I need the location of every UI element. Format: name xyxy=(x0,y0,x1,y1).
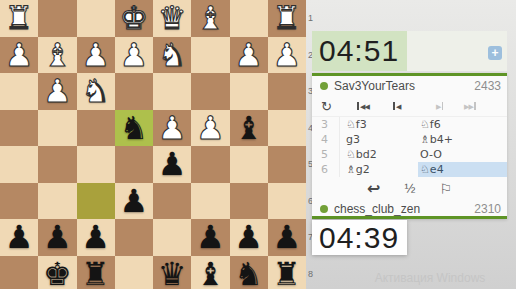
square-b1[interactable] xyxy=(230,0,268,37)
move-black[interactable]: ♗b4+ xyxy=(418,132,507,147)
black-pawn: ♟ xyxy=(158,148,187,180)
move-row: 6 ♗g2 ♘e4 xyxy=(312,162,507,177)
square-b6[interactable] xyxy=(230,183,268,220)
square-b3[interactable] xyxy=(230,73,268,110)
top-clock: 04:51 xyxy=(312,31,407,71)
white-knight: ♞ xyxy=(81,75,110,107)
square-f5[interactable] xyxy=(77,146,115,183)
square-d3[interactable] xyxy=(153,73,191,110)
replay-controls: ↻ ◀◀ ◀ ▶ ▶▶ xyxy=(312,96,507,117)
move-number: 4 xyxy=(312,132,340,147)
square-b2[interactable]: ♟ xyxy=(230,37,268,74)
square-g2[interactable]: ♝ xyxy=(38,37,76,74)
black-rook: ♜ xyxy=(273,258,302,289)
square-d2[interactable]: ♞ xyxy=(153,37,191,74)
square-f4[interactable] xyxy=(77,110,115,147)
square-a1[interactable]: ♜ xyxy=(268,0,306,37)
black-pawn: ♟ xyxy=(196,221,225,253)
square-f3[interactable]: ♞ xyxy=(77,73,115,110)
go-first-glyph: ◀◀ xyxy=(360,103,369,110)
player-top-row: Sav3YourTears 2433 xyxy=(312,76,507,96)
square-a2[interactable]: ♟ xyxy=(268,37,306,74)
white-pawn: ♟ xyxy=(196,112,225,144)
square-g6[interactable] xyxy=(38,183,76,220)
player-top-name[interactable]: Sav3YourTears xyxy=(334,79,474,93)
black-bishop: ♝ xyxy=(196,258,225,289)
square-d7[interactable] xyxy=(153,219,191,256)
white-pawn: ♟ xyxy=(234,39,263,71)
chess-board: ♜♚♛♝♜♟♝♟♟♞♟♟♟♞♞♟♟♝♟♟♟♟♟♟♟♟♚♜♛♝♞♜ xyxy=(0,0,306,289)
square-b4[interactable]: ♝ xyxy=(230,110,268,147)
go-last-icon[interactable]: ▶▶ xyxy=(464,102,476,110)
square-b7[interactable]: ♟ xyxy=(230,219,268,256)
online-dot xyxy=(320,205,328,213)
square-h4[interactable] xyxy=(0,110,38,147)
draw-offer-button[interactable]: ½ xyxy=(405,182,416,195)
white-pawn: ♟ xyxy=(81,39,110,71)
white-bishop: ♝ xyxy=(196,2,225,34)
player-bottom-row: chess_club_zen 2310 xyxy=(312,200,507,217)
black-king: ♚ xyxy=(43,258,72,289)
white-rook: ♜ xyxy=(273,2,302,34)
square-e8[interactable] xyxy=(115,256,153,289)
go-previous-glyph: ◀ xyxy=(396,103,400,110)
replay-cycle-icon[interactable]: ↻ xyxy=(321,100,332,113)
black-pawn: ♟ xyxy=(43,221,72,253)
move-black[interactable]: O-O xyxy=(418,147,507,162)
move-white[interactable]: ♗g2 xyxy=(340,163,418,176)
game-screen: ♜♚♛♝♜♟♝♟♟♞♟♟♟♞♞♟♟♝♟♟♟♟♟♟♟♟♚♜♛♝♞♜ 1234567… xyxy=(0,0,516,289)
white-pawn: ♟ xyxy=(5,39,34,71)
square-f6[interactable] xyxy=(77,183,115,220)
square-e7[interactable] xyxy=(115,219,153,256)
player-bottom-name[interactable]: chess_club_zen xyxy=(334,202,474,216)
square-a5[interactable] xyxy=(268,146,306,183)
action-buttons: ↩ ½ ⚐ xyxy=(312,177,507,200)
black-queen: ♛ xyxy=(158,258,187,289)
top-clock-bar: 04:51 xyxy=(312,31,507,71)
black-bishop: ♝ xyxy=(234,112,263,144)
takeback-icon[interactable]: ↩ xyxy=(367,181,380,197)
resign-flag-icon[interactable]: ⚐ xyxy=(439,182,452,196)
move-row: 5 ♘bd2 O-O xyxy=(312,147,507,162)
square-d1[interactable]: ♛ xyxy=(153,0,191,37)
square-c6[interactable] xyxy=(191,183,229,220)
white-pawn: ♟ xyxy=(43,75,72,107)
square-h2[interactable]: ♟ xyxy=(0,37,38,74)
square-b8[interactable]: ♞ xyxy=(230,256,268,289)
square-a4[interactable] xyxy=(268,110,306,147)
white-king: ♚ xyxy=(120,2,149,34)
square-a7[interactable]: ♟ xyxy=(268,219,306,256)
go-next-icon[interactable]: ▶ xyxy=(436,102,443,110)
square-f8[interactable]: ♜ xyxy=(77,256,115,289)
square-a3[interactable] xyxy=(268,73,306,110)
white-knight: ♞ xyxy=(158,39,187,71)
square-g4[interactable] xyxy=(38,110,76,147)
white-pawn: ♟ xyxy=(273,39,302,71)
black-knight: ♞ xyxy=(234,258,263,289)
bottom-clock: 04:39 xyxy=(312,220,407,255)
black-pawn: ♟ xyxy=(234,221,263,253)
square-e5[interactable] xyxy=(115,146,153,183)
white-pawn: ♟ xyxy=(120,39,149,71)
move-row: 4 g3 ♗b4+ xyxy=(312,132,507,147)
move-row: 3 ♘f3 ♘f6 xyxy=(312,117,507,132)
square-h1[interactable]: ♜ xyxy=(0,0,38,37)
square-c7[interactable]: ♟ xyxy=(191,219,229,256)
give-more-time-button[interactable]: + xyxy=(488,46,502,60)
square-c8[interactable]: ♝ xyxy=(191,256,229,289)
white-rook: ♜ xyxy=(5,2,34,34)
square-a6[interactable] xyxy=(268,183,306,220)
black-pawn: ♟ xyxy=(5,221,34,253)
move-black[interactable]: ♘f6 xyxy=(418,117,507,132)
square-g7[interactable]: ♟ xyxy=(38,219,76,256)
black-pawn: ♟ xyxy=(81,221,110,253)
square-g3[interactable]: ♟ xyxy=(38,73,76,110)
square-b5[interactable] xyxy=(230,146,268,183)
black-pawn: ♟ xyxy=(120,185,149,217)
square-f7[interactable]: ♟ xyxy=(77,219,115,256)
square-e3[interactable] xyxy=(115,73,153,110)
white-queen: ♛ xyxy=(158,2,187,34)
square-a8[interactable]: ♜ xyxy=(268,256,306,289)
player-top-rating: 2433 xyxy=(474,79,501,93)
square-h8[interactable] xyxy=(0,256,38,289)
move-white[interactable]: ♘bd2 xyxy=(340,148,418,161)
black-knight: ♞ xyxy=(120,112,149,144)
square-d5[interactable]: ♟ xyxy=(153,146,191,183)
black-pawn: ♟ xyxy=(273,221,302,253)
online-dot xyxy=(320,82,328,90)
square-e4[interactable]: ♞ xyxy=(115,110,153,147)
square-h3[interactable] xyxy=(0,73,38,110)
square-c1[interactable]: ♝ xyxy=(191,0,229,37)
square-d8[interactable]: ♛ xyxy=(153,256,191,289)
rank-label-8: 8 xyxy=(305,256,316,289)
move-number: 5 xyxy=(312,147,340,162)
square-c3[interactable] xyxy=(191,73,229,110)
square-h7[interactable]: ♟ xyxy=(0,219,38,256)
square-g8[interactable]: ♚ xyxy=(38,256,76,289)
square-h6[interactable] xyxy=(0,183,38,220)
black-rook: ♜ xyxy=(81,258,110,289)
square-e2[interactable]: ♟ xyxy=(115,37,153,74)
square-f1[interactable] xyxy=(77,0,115,37)
move-number: 6 xyxy=(312,162,340,177)
move-list: 3 ♘f3 ♘f6 4 g3 ♗b4+ 5 ♘bd2 O-O 6 ♗g2 ♘e4 xyxy=(312,117,507,177)
move-white[interactable]: g3 xyxy=(340,133,418,146)
square-d6[interactable] xyxy=(153,183,191,220)
move-number: 3 xyxy=(312,117,340,132)
square-f2[interactable]: ♟ xyxy=(77,37,115,74)
move-white[interactable]: ♘f3 xyxy=(340,118,418,131)
go-previous-icon[interactable]: ◀ xyxy=(393,102,400,110)
game-panel: Sav3YourTears 2433 ↻ ◀◀ ◀ ▶ ▶▶ 3 ♘f3 ♘f6… xyxy=(312,73,507,219)
go-first-icon[interactable]: ◀◀ xyxy=(357,102,369,110)
square-h5[interactable] xyxy=(0,146,38,183)
white-bishop: ♝ xyxy=(43,39,72,71)
square-e6[interactable]: ♟ xyxy=(115,183,153,220)
square-c2[interactable] xyxy=(191,37,229,74)
square-e1[interactable]: ♚ xyxy=(115,0,153,37)
square-d4[interactable]: ♟ xyxy=(153,110,191,147)
square-c5[interactable] xyxy=(191,146,229,183)
white-pawn: ♟ xyxy=(158,112,187,144)
square-c4[interactable]: ♟ xyxy=(191,110,229,147)
player-bottom-rating: 2310 xyxy=(474,202,501,216)
square-g1[interactable] xyxy=(38,0,76,37)
go-next-glyph: ▶ xyxy=(436,103,440,110)
square-g5[interactable] xyxy=(38,146,76,183)
windows-activation-watermark: Активация Windows xyxy=(350,271,510,285)
go-last-glyph: ▶▶ xyxy=(464,103,473,110)
move-black-active[interactable]: ♘e4 xyxy=(418,162,507,177)
